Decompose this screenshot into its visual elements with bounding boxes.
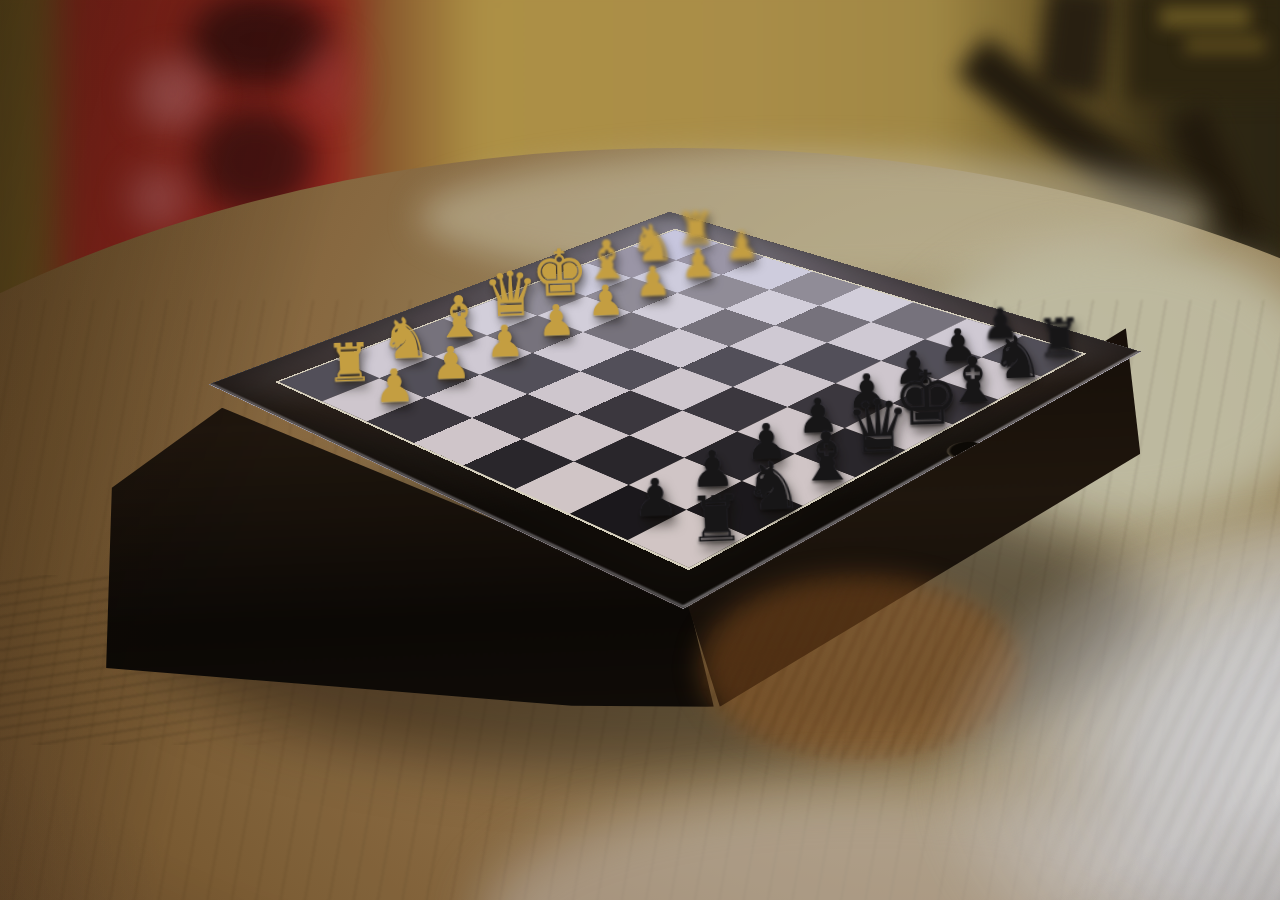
white-pawn[interactable]: ♟ [373, 363, 415, 410]
black-pawn[interactable]: ♟ [631, 472, 679, 525]
white-pawn[interactable]: ♟ [679, 243, 716, 284]
black-rook[interactable]: ♜ [687, 487, 745, 552]
black-bishop[interactable]: ♝ [795, 422, 858, 492]
black-knight[interactable]: ♞ [741, 452, 803, 521]
chess-photo-scene: ♜♞♝♛♚♝♞♜♟♟♟♟♟♟♟♟♟♟♟♟♟♟♟♟♜♞♝♛♚♝♞♜ [0, 0, 1280, 900]
white-pawn[interactable]: ♟ [634, 261, 672, 303]
white-pawn[interactable]: ♟ [586, 279, 625, 322]
white-pawn[interactable]: ♟ [536, 299, 576, 343]
white-rook[interactable]: ♜ [325, 336, 374, 390]
white-pawn[interactable]: ♟ [723, 226, 759, 266]
white-pawn[interactable]: ♟ [430, 340, 471, 386]
white-pawn[interactable]: ♟ [484, 319, 524, 364]
